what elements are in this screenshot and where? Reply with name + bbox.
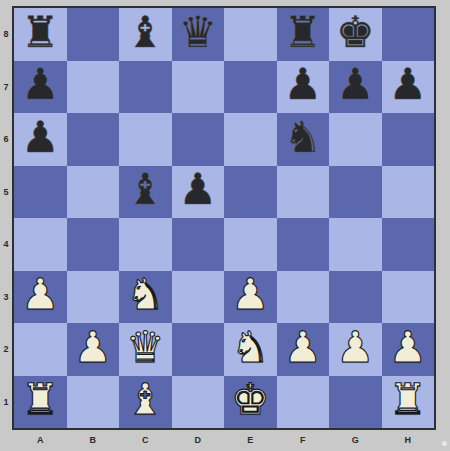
square-c4[interactable] xyxy=(119,218,172,271)
square-f7[interactable]: ♟ xyxy=(277,61,330,114)
black-bishop[interactable]: ♝ xyxy=(126,168,165,211)
white-knight[interactable]: ♞ xyxy=(231,326,270,369)
square-d6[interactable] xyxy=(172,113,225,166)
white-pawn[interactable]: ♟ xyxy=(336,326,375,369)
square-d8[interactable]: ♛ xyxy=(172,8,225,61)
square-e7[interactable] xyxy=(224,61,277,114)
rank-label-5: 5 xyxy=(0,166,12,219)
square-a7[interactable]: ♟ xyxy=(14,61,67,114)
chess-app-window: 87654321 ♜♝♛♜♚♟♟♟♟♟♞♝♟♟♞♟♟♛♞♟♟♟♜♝♚♜ ABCD… xyxy=(0,0,450,451)
white-pawn[interactable]: ♟ xyxy=(388,326,427,369)
square-f4[interactable] xyxy=(277,218,330,271)
white-rook[interactable]: ♜ xyxy=(388,378,427,421)
black-pawn[interactable]: ♟ xyxy=(21,116,60,159)
square-c6[interactable] xyxy=(119,113,172,166)
rank-label-6: 6 xyxy=(0,113,12,166)
white-king[interactable]: ♚ xyxy=(231,378,270,421)
square-b4[interactable] xyxy=(67,218,120,271)
white-rook[interactable]: ♜ xyxy=(21,378,60,421)
square-h5[interactable] xyxy=(382,166,435,219)
file-label-d: D xyxy=(172,431,225,449)
square-f6[interactable]: ♞ xyxy=(277,113,330,166)
square-a1[interactable]: ♜ xyxy=(14,376,67,429)
black-rook[interactable]: ♜ xyxy=(283,11,322,54)
black-bishop[interactable]: ♝ xyxy=(126,11,165,54)
square-d1[interactable] xyxy=(172,376,225,429)
black-knight[interactable]: ♞ xyxy=(283,116,322,159)
square-c5[interactable]: ♝ xyxy=(119,166,172,219)
square-h1[interactable]: ♜ xyxy=(382,376,435,429)
square-g5[interactable] xyxy=(329,166,382,219)
square-e8[interactable] xyxy=(224,8,277,61)
square-g1[interactable] xyxy=(329,376,382,429)
white-pawn[interactable]: ♟ xyxy=(73,326,112,369)
black-pawn[interactable]: ♟ xyxy=(21,63,60,106)
rank-label-2: 2 xyxy=(0,323,12,376)
square-h6[interactable] xyxy=(382,113,435,166)
square-e1[interactable]: ♚ xyxy=(224,376,277,429)
black-pawn[interactable]: ♟ xyxy=(283,63,322,106)
square-g3[interactable] xyxy=(329,271,382,324)
square-f2[interactable]: ♟ xyxy=(277,323,330,376)
square-h4[interactable] xyxy=(382,218,435,271)
square-h2[interactable]: ♟ xyxy=(382,323,435,376)
white-pawn[interactable]: ♟ xyxy=(21,273,60,316)
black-pawn[interactable]: ♟ xyxy=(388,63,427,106)
square-g8[interactable]: ♚ xyxy=(329,8,382,61)
file-label-f: F xyxy=(277,431,330,449)
square-f1[interactable] xyxy=(277,376,330,429)
square-g4[interactable] xyxy=(329,218,382,271)
black-queen[interactable]: ♛ xyxy=(178,11,217,54)
square-f3[interactable] xyxy=(277,271,330,324)
square-g7[interactable]: ♟ xyxy=(329,61,382,114)
square-a6[interactable]: ♟ xyxy=(14,113,67,166)
square-e5[interactable] xyxy=(224,166,277,219)
square-e3[interactable]: ♟ xyxy=(224,271,277,324)
file-label-c: C xyxy=(119,431,172,449)
square-c1[interactable]: ♝ xyxy=(119,376,172,429)
white-pawn[interactable]: ♟ xyxy=(283,326,322,369)
chess-board: ♜♝♛♜♚♟♟♟♟♟♞♝♟♟♞♟♟♛♞♟♟♟♜♝♚♜ xyxy=(12,6,436,430)
rank-labels: 87654321 xyxy=(0,8,12,428)
square-e2[interactable]: ♞ xyxy=(224,323,277,376)
rank-label-4: 4 xyxy=(0,218,12,271)
square-b5[interactable] xyxy=(67,166,120,219)
square-f5[interactable] xyxy=(277,166,330,219)
rank-label-7: 7 xyxy=(0,61,12,114)
square-a8[interactable]: ♜ xyxy=(14,8,67,61)
square-b8[interactable] xyxy=(67,8,120,61)
square-b3[interactable] xyxy=(67,271,120,324)
black-king[interactable]: ♚ xyxy=(336,11,375,54)
square-h8[interactable] xyxy=(382,8,435,61)
square-d2[interactable] xyxy=(172,323,225,376)
file-label-b: B xyxy=(67,431,120,449)
square-h3[interactable] xyxy=(382,271,435,324)
rank-label-3: 3 xyxy=(0,271,12,324)
file-label-a: A xyxy=(14,431,67,449)
white-queen[interactable]: ♛ xyxy=(126,326,165,369)
black-pawn[interactable]: ♟ xyxy=(178,168,217,211)
white-bishop[interactable]: ♝ xyxy=(126,378,165,421)
square-a2[interactable] xyxy=(14,323,67,376)
square-b7[interactable] xyxy=(67,61,120,114)
square-e6[interactable] xyxy=(224,113,277,166)
white-knight[interactable]: ♞ xyxy=(126,273,165,316)
square-b2[interactable]: ♟ xyxy=(67,323,120,376)
square-e4[interactable] xyxy=(224,218,277,271)
white-pawn[interactable]: ♟ xyxy=(231,273,270,316)
black-pawn[interactable]: ♟ xyxy=(336,63,375,106)
file-label-g: G xyxy=(329,431,382,449)
square-g2[interactable]: ♟ xyxy=(329,323,382,376)
square-d3[interactable] xyxy=(172,271,225,324)
square-c7[interactable] xyxy=(119,61,172,114)
file-label-e: E xyxy=(224,431,277,449)
black-rook[interactable]: ♜ xyxy=(21,11,60,54)
square-c2[interactable]: ♛ xyxy=(119,323,172,376)
rank-label-8: 8 xyxy=(0,8,12,61)
square-f8[interactable]: ♜ xyxy=(277,8,330,61)
square-c8[interactable]: ♝ xyxy=(119,8,172,61)
square-d7[interactable] xyxy=(172,61,225,114)
square-h7[interactable]: ♟ xyxy=(382,61,435,114)
square-b1[interactable] xyxy=(67,376,120,429)
file-label-h: H xyxy=(382,431,435,449)
rank-label-1: 1 xyxy=(0,376,12,429)
square-c3[interactable]: ♞ xyxy=(119,271,172,324)
square-b6[interactable] xyxy=(67,113,120,166)
square-d5[interactable]: ♟ xyxy=(172,166,225,219)
square-d4[interactable] xyxy=(172,218,225,271)
square-a4[interactable] xyxy=(14,218,67,271)
square-a3[interactable]: ♟ xyxy=(14,271,67,324)
corner-dot xyxy=(442,441,447,446)
file-labels: ABCDEFGH xyxy=(14,431,434,449)
square-a5[interactable] xyxy=(14,166,67,219)
square-g6[interactable] xyxy=(329,113,382,166)
